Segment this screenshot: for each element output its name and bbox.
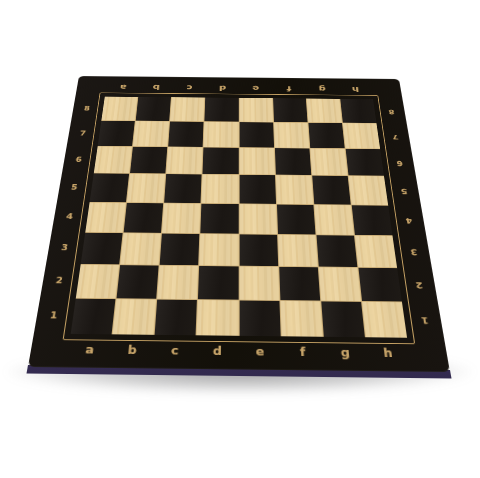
rank-label-left-4: 4 — [66, 213, 74, 220]
square-f1[interactable] — [280, 301, 322, 337]
square-d5[interactable] — [202, 175, 239, 203]
square-a5[interactable] — [90, 174, 129, 202]
file-label-top-d: d — [219, 85, 226, 92]
square-g7[interactable] — [308, 123, 344, 148]
square-d3[interactable] — [200, 234, 239, 266]
square-e1[interactable] — [239, 300, 280, 336]
square-b8[interactable] — [136, 97, 171, 121]
square-c3[interactable] — [160, 233, 200, 265]
square-f5[interactable] — [276, 175, 314, 203]
file-label-bottom-f: f — [300, 347, 306, 358]
file-label-bottom-b: b — [127, 345, 137, 356]
square-b1[interactable] — [113, 299, 157, 335]
square-a7[interactable] — [98, 121, 135, 146]
file-label-top-c: c — [186, 84, 192, 91]
coordinate-labels: aabbccddeeffgghh8877665544332211 — [79, 76, 399, 79]
rank-label-left-2: 2 — [55, 276, 63, 284]
file-label-top-g: g — [318, 85, 326, 92]
square-f8[interactable] — [273, 98, 308, 122]
rank-label-left-5: 5 — [71, 184, 78, 191]
square-h3[interactable] — [355, 235, 397, 267]
square-g8[interactable] — [306, 99, 341, 123]
square-h5[interactable] — [348, 176, 388, 204]
rank-label-right-5: 5 — [400, 187, 407, 194]
square-c1[interactable] — [155, 299, 197, 335]
rank-label-right-2: 2 — [414, 280, 422, 288]
file-label-top-e: e — [252, 85, 259, 92]
rank-label-left-7: 7 — [80, 130, 87, 136]
square-e6[interactable] — [239, 148, 275, 175]
square-b4[interactable] — [124, 203, 164, 233]
square-a8[interactable] — [101, 97, 137, 121]
chess-board: aabbccddeeffgghh8877665544332211 — [28, 76, 450, 372]
rank-label-right-4: 4 — [404, 216, 412, 223]
file-label-top-f: f — [286, 85, 291, 92]
file-label-bottom-h: h — [383, 348, 393, 359]
square-d7[interactable] — [204, 122, 239, 147]
square-g6[interactable] — [310, 149, 347, 176]
square-d4[interactable] — [201, 203, 239, 233]
square-c4[interactable] — [162, 203, 201, 233]
square-h7[interactable] — [343, 123, 380, 148]
square-f2[interactable] — [279, 267, 320, 301]
rank-label-right-8: 8 — [388, 108, 395, 114]
file-label-bottom-g: g — [340, 347, 350, 358]
square-f4[interactable] — [277, 204, 316, 234]
square-e2[interactable] — [239, 266, 279, 300]
square-b2[interactable] — [117, 265, 159, 299]
file-label-top-a: a — [119, 84, 126, 91]
square-b7[interactable] — [133, 121, 169, 146]
rank-label-left-6: 6 — [75, 156, 82, 163]
rank-label-left-1: 1 — [49, 311, 57, 320]
rank-label-right-3: 3 — [409, 247, 417, 255]
square-c6[interactable] — [166, 147, 202, 174]
square-e7[interactable] — [239, 122, 274, 147]
square-e5[interactable] — [239, 175, 276, 203]
file-label-bottom-d: d — [213, 346, 222, 357]
rank-label-right-6: 6 — [396, 159, 403, 166]
square-h8[interactable] — [340, 99, 376, 123]
square-d1[interactable] — [197, 300, 238, 336]
scene: aabbccddeeffgghh8877665544332211 — [0, 0, 480, 478]
square-e3[interactable] — [239, 234, 278, 266]
square-a4[interactable] — [85, 202, 126, 232]
square-h6[interactable] — [346, 149, 384, 176]
file-label-bottom-c: c — [171, 345, 179, 356]
square-g3[interactable] — [316, 235, 357, 267]
square-c7[interactable] — [168, 122, 203, 147]
file-label-bottom-a: a — [85, 344, 95, 355]
square-d8[interactable] — [205, 98, 239, 122]
rank-label-right-1: 1 — [420, 315, 428, 324]
square-g4[interactable] — [314, 205, 354, 235]
file-label-bottom-e: e — [256, 346, 265, 357]
rank-label-left-8: 8 — [84, 105, 91, 111]
square-c5[interactable] — [164, 174, 201, 202]
square-c8[interactable] — [170, 97, 204, 121]
square-h2[interactable] — [358, 268, 402, 302]
square-d6[interactable] — [203, 148, 239, 175]
square-g2[interactable] — [319, 267, 361, 301]
square-a1[interactable] — [71, 299, 116, 335]
rank-label-left-3: 3 — [61, 244, 69, 252]
square-b3[interactable] — [120, 233, 161, 265]
square-h4[interactable] — [352, 205, 393, 235]
square-b5[interactable] — [127, 174, 165, 202]
square-d2[interactable] — [198, 266, 238, 300]
square-h1[interactable] — [362, 302, 407, 338]
square-g5[interactable] — [312, 176, 351, 204]
square-f3[interactable] — [278, 235, 318, 267]
square-e8[interactable] — [239, 98, 273, 122]
square-g1[interactable] — [321, 301, 365, 337]
square-c2[interactable] — [157, 265, 198, 299]
square-b6[interactable] — [130, 147, 167, 174]
square-a6[interactable] — [94, 147, 132, 174]
file-label-top-b: b — [152, 84, 160, 91]
square-e4[interactable] — [239, 204, 277, 234]
board-grid — [71, 97, 407, 338]
square-f6[interactable] — [275, 148, 311, 175]
square-a2[interactable] — [76, 265, 119, 299]
rank-label-right-7: 7 — [391, 133, 398, 139]
square-f7[interactable] — [274, 123, 309, 148]
file-label-top-h: h — [351, 86, 359, 93]
square-a3[interactable] — [81, 232, 123, 264]
